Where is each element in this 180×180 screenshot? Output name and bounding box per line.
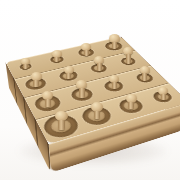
socket-r2c0[interactable] <box>32 94 64 114</box>
cylinder-top <box>80 49 92 55</box>
cylinder-top <box>73 89 89 99</box>
cylinder-top <box>22 64 31 69</box>
cylinder-top <box>86 109 108 123</box>
socket-r1c2[interactable] <box>89 63 109 74</box>
cylinder-top <box>48 118 74 135</box>
cylinder-top <box>38 97 57 109</box>
cylinder-top <box>52 57 62 62</box>
socket-r1c3[interactable] <box>119 56 138 66</box>
cylinder-top <box>107 43 121 50</box>
cylinder-top <box>93 65 105 72</box>
socket-r3c3[interactable] <box>151 90 176 104</box>
socket-r1c0[interactable] <box>23 76 49 91</box>
cylinder-top <box>122 101 141 112</box>
socket-r3c2[interactable] <box>116 97 147 116</box>
cylinder-top <box>62 72 76 80</box>
socket-r1c1[interactable] <box>57 69 80 82</box>
socket-r3c1[interactable] <box>79 104 116 128</box>
cylinder-top <box>107 82 122 90</box>
socket-r0c0[interactable] <box>19 62 33 70</box>
cylinder-top <box>123 58 134 64</box>
cylinder-top <box>28 79 43 88</box>
scene <box>0 0 180 180</box>
cylinder-top <box>156 93 171 102</box>
socket-r0c3[interactable] <box>103 41 126 52</box>
socket-r2c1[interactable] <box>68 86 95 103</box>
socket-r0c1[interactable] <box>48 55 65 64</box>
cylinder-top <box>138 74 151 81</box>
socket-r2c2[interactable] <box>102 79 127 93</box>
socket-r0c2[interactable] <box>76 47 96 58</box>
socket-r2c3[interactable] <box>134 72 156 84</box>
cylinder-blocks-board <box>6 36 180 144</box>
